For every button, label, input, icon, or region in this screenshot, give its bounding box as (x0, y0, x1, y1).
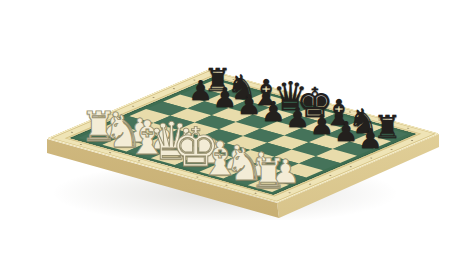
piece-black-pawn-g7[interactable]: ♟ (334, 117, 359, 145)
piece-black-pawn-a7[interactable]: ♟ (188, 77, 213, 105)
piece-black-pawn-c7[interactable]: ♟ (237, 90, 262, 118)
chess-set-photo: ♜♞♝♛♚♝♞♜♟♟♟♟♟♟♟♟♟♟♟♟♟♟♟♟♜♞♝♛♚♝♞♜ (0, 0, 470, 256)
pieces-layer: ♜♞♝♛♚♝♞♜♟♟♟♟♟♟♟♟♟♟♟♟♟♟♟♟♜♞♝♛♚♝♞♜ (0, 0, 470, 256)
piece-black-pawn-d7[interactable]: ♟ (261, 97, 286, 125)
piece-white-rook-h1[interactable]: ♜ (250, 154, 287, 195)
piece-black-pawn-e7[interactable]: ♟ (285, 104, 310, 132)
piece-black-pawn-b7[interactable]: ♟ (213, 84, 238, 112)
piece-black-pawn-h7[interactable]: ♟ (358, 124, 383, 152)
piece-black-pawn-f7[interactable]: ♟ (310, 111, 335, 139)
